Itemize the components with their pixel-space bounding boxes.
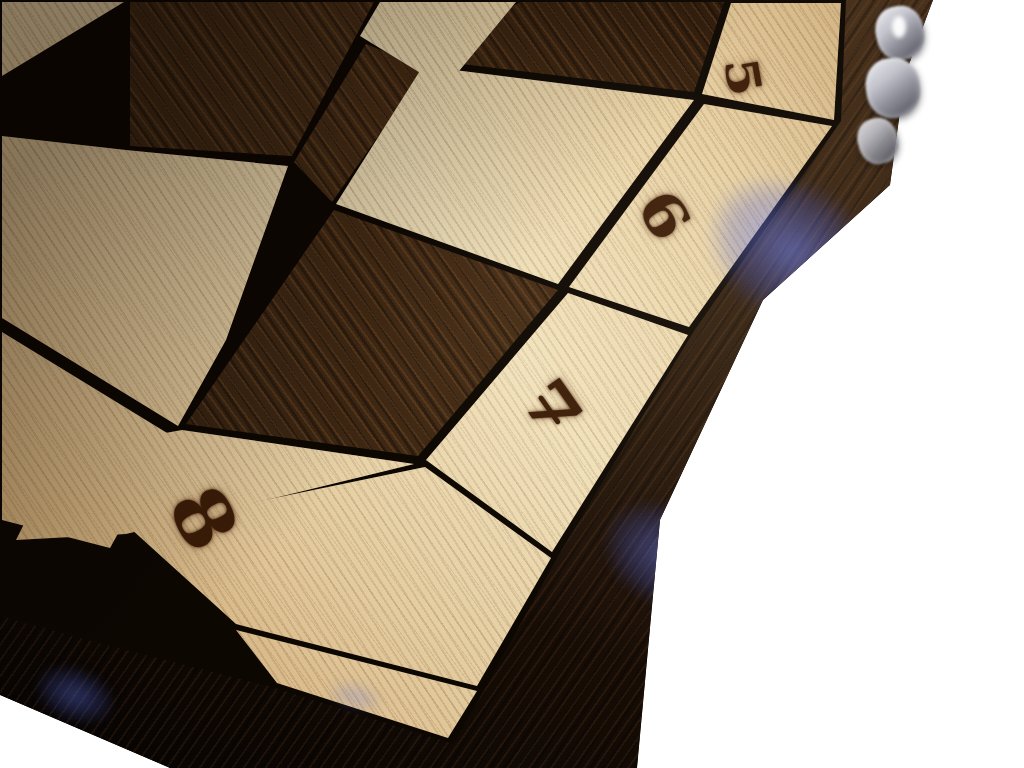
- rank-label-6-text: 6: [624, 178, 705, 252]
- rank-label-5-text: 5: [713, 54, 772, 100]
- rank-label-7-text: 7: [507, 365, 597, 450]
- clasp: [850, 0, 950, 200]
- rank-label-8-text: 8: [151, 471, 257, 564]
- board-photo: 5 6 7 8: [0, 0, 1024, 768]
- rank-label-5: 5: [673, 0, 813, 156]
- clasp-hinge-plate: [853, 114, 904, 169]
- clasp-glint: [892, 16, 906, 38]
- clasp-lower-knob: [862, 55, 924, 122]
